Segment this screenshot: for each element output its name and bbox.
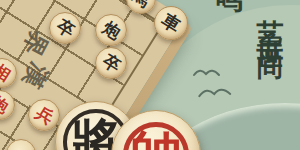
piece-character: 炮 [99, 18, 122, 41]
xiangqi-piece: 炮 [0, 90, 15, 120]
xiangqi-piece: 炮 [95, 14, 127, 46]
piece-character: 車 [159, 11, 184, 36]
xiangqi-piece: 相 [0, 58, 17, 88]
xiangqi-piece: 卒 [95, 47, 127, 79]
piece-character: 帥 [130, 129, 182, 150]
xiangqi-piece: 兵 [28, 99, 60, 131]
piece-character: 卒 [53, 16, 76, 39]
splash-screen: 艺盖世间 鸣 界 漢 馬車卒炮卒相炮兵 將 帥 [0, 0, 300, 150]
xiangqi-piece: 車 [154, 6, 188, 40]
piece-character: 相 [0, 62, 13, 84]
xiangqi-piece [6, 139, 36, 150]
piece-character: 兵 [32, 103, 55, 126]
xiangqi-piece: 馬 [126, 0, 156, 14]
piece-character: 炮 [0, 94, 11, 116]
xiangqi-piece: 卒 [49, 12, 81, 44]
piece-character: 馬 [130, 0, 152, 10]
piece-character: 卒 [99, 51, 122, 74]
